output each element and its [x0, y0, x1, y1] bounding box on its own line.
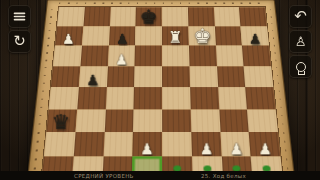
- restart-button[interactable]: ↻: [8, 30, 31, 53]
- square-a8[interactable]: [57, 7, 85, 26]
- black-pawn-c7: ♟: [109, 32, 136, 46]
- square-c7[interactable]: ♟: [108, 26, 135, 46]
- square-d5[interactable]: [134, 66, 162, 87]
- frame-peg-dots-top: [59, 3, 262, 4]
- square-a7[interactable]: ♟: [55, 26, 83, 46]
- chess-board-frame: ♚♟♟♜♚♟♟♟♛♟♟♟♟ ABCDEFGH: [25, 0, 296, 180]
- square-f5[interactable]: [189, 66, 217, 87]
- square-e8[interactable]: [162, 7, 188, 26]
- square-e6[interactable]: [162, 46, 189, 66]
- status-bar: СРЕДНИЙ УРОВЕНЬ 25. Ход белых: [0, 171, 320, 180]
- square-a2[interactable]: [44, 132, 75, 156]
- square-c2[interactable]: [103, 132, 133, 156]
- square-f7[interactable]: ♚: [188, 26, 215, 46]
- white-pawn-g2: ♟: [221, 141, 251, 156]
- white-pawn-h2: ♟: [251, 141, 281, 156]
- square-e2[interactable]: [162, 132, 192, 156]
- square-g8[interactable]: [213, 7, 240, 26]
- square-b6[interactable]: [80, 46, 108, 66]
- white-pawn-d2: ♟: [133, 141, 163, 156]
- square-a3[interactable]: ♛: [46, 109, 77, 132]
- square-d4[interactable]: [134, 87, 162, 109]
- black-pawn-b5: ♟: [79, 73, 107, 87]
- hamburger-icon: [12, 9, 27, 24]
- black-king-d8: ♚: [136, 7, 162, 26]
- square-h2[interactable]: ♟: [249, 132, 280, 156]
- menu-button[interactable]: [8, 5, 31, 28]
- black-queen-a3: ♛: [46, 112, 75, 132]
- square-h4[interactable]: [245, 87, 275, 109]
- square-a4[interactable]: [49, 87, 79, 109]
- square-h8[interactable]: [239, 7, 267, 26]
- square-c3[interactable]: [104, 109, 133, 132]
- square-b8[interactable]: [83, 7, 110, 26]
- square-d3[interactable]: [133, 109, 162, 132]
- square-g3[interactable]: [219, 109, 249, 132]
- square-h7[interactable]: ♟: [241, 26, 269, 46]
- undo-arrow-icon: ↶: [294, 9, 307, 24]
- square-c5[interactable]: [106, 66, 134, 87]
- chess-board: ♚♟♟♜♚♟♟♟♛♟♟♟♟: [40, 6, 284, 180]
- square-g2[interactable]: ♟: [220, 132, 251, 156]
- square-b7[interactable]: [82, 26, 110, 46]
- white-rook-e7: ♜: [162, 30, 189, 46]
- square-d8[interactable]: ♚: [136, 7, 162, 26]
- square-h3[interactable]: [247, 109, 278, 132]
- square-d2[interactable]: ♟: [133, 132, 163, 156]
- square-g6[interactable]: [215, 46, 243, 66]
- square-c8[interactable]: [109, 7, 136, 26]
- square-f8[interactable]: [188, 7, 215, 26]
- square-g5[interactable]: [217, 66, 246, 87]
- square-h6[interactable]: [242, 46, 271, 66]
- piece-style-button[interactable]: ♙: [289, 30, 312, 53]
- undo-button[interactable]: ↶: [289, 5, 312, 28]
- square-b4[interactable]: [77, 87, 106, 109]
- square-b3[interactable]: [75, 109, 105, 132]
- difficulty-level-label: СРЕДНИЙ УРОВЕНЬ: [74, 173, 134, 179]
- pawn-icon: ♙: [295, 35, 307, 48]
- square-f2[interactable]: ♟: [191, 132, 221, 156]
- square-g7[interactable]: [214, 26, 242, 46]
- square-b5[interactable]: ♟: [79, 66, 108, 87]
- move-number-label: 25. Ход белых: [201, 173, 246, 179]
- square-f6[interactable]: [189, 46, 217, 66]
- square-f4[interactable]: [190, 87, 219, 109]
- white-pawn-f2: ♟: [192, 141, 222, 156]
- square-e4[interactable]: [162, 87, 190, 109]
- board-scene: ♚♟♟♜♚♟♟♟♛♟♟♟♟ ABCDEFGH: [0, 0, 320, 180]
- circular-arrow-icon: ↻: [13, 34, 26, 49]
- app-screen: ♚♟♟♜♚♟♟♟♛♟♟♟♟ ABCDEFGH ↻ ↶ ♙ СРЕДНИЙ УРО…: [0, 0, 320, 180]
- square-e3[interactable]: [162, 109, 191, 132]
- square-c4[interactable]: [105, 87, 134, 109]
- square-e7[interactable]: ♜: [162, 26, 189, 46]
- square-e5[interactable]: [162, 66, 190, 87]
- white-king-f7: ♚: [189, 26, 216, 46]
- square-a5[interactable]: [51, 66, 80, 87]
- white-pawn-c6: ♟: [108, 52, 135, 66]
- hint-button[interactable]: [289, 55, 312, 78]
- square-d6[interactable]: [135, 46, 162, 66]
- square-c6[interactable]: ♟: [107, 46, 135, 66]
- white-pawn-a7: ♟: [55, 32, 82, 46]
- square-b2[interactable]: [74, 132, 105, 156]
- square-h5[interactable]: [244, 66, 273, 87]
- square-d7[interactable]: [135, 26, 162, 46]
- black-pawn-h7: ♟: [242, 32, 269, 46]
- square-a6[interactable]: [53, 46, 82, 66]
- lightbulb-icon: [296, 62, 306, 72]
- square-f3[interactable]: [190, 109, 220, 132]
- square-g4[interactable]: [218, 87, 248, 109]
